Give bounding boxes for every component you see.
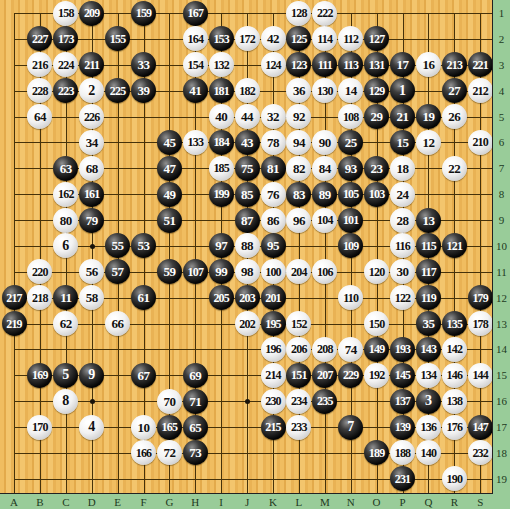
stone-white-146[interactable]: 146: [442, 363, 467, 388]
row-coordinate-strip: 12345678910111213141516171819: [493, 0, 510, 509]
stone-black-125[interactable]: 125: [286, 26, 311, 51]
stone-white-202[interactable]: 202: [235, 311, 260, 336]
stone-white-120[interactable]: 120: [364, 259, 389, 284]
stone-white-108[interactable]: 108: [338, 104, 363, 129]
stone-white-90[interactable]: 90: [312, 130, 337, 155]
stone-black-189[interactable]: 189: [364, 440, 389, 465]
column-label-E: E: [114, 497, 121, 508]
stone-black-211[interactable]: 211: [79, 52, 104, 77]
column-label-P: P: [399, 497, 405, 508]
column-label-H: H: [191, 497, 199, 508]
stone-black-161[interactable]: 161: [79, 182, 104, 207]
stone-white-234[interactable]: 234: [286, 389, 311, 414]
stone-white-230[interactable]: 230: [261, 389, 286, 414]
star-point: [90, 399, 95, 404]
stone-black-97[interactable]: 97: [209, 233, 234, 258]
stone-white-228[interactable]: 228: [27, 78, 52, 103]
stone-white-130[interactable]: 130: [312, 78, 337, 103]
stone-black-205[interactable]: 205: [209, 285, 234, 310]
stone-white-78[interactable]: 78: [261, 130, 286, 155]
stone-black-165[interactable]: 165: [157, 415, 182, 440]
column-label-I: I: [219, 497, 223, 508]
row-label-13: 13: [496, 318, 507, 329]
stone-white-14[interactable]: 14: [338, 78, 363, 103]
row-label-5: 5: [499, 111, 505, 122]
stone-black-65[interactable]: 65: [183, 415, 208, 440]
stone-white-22[interactable]: 22: [442, 156, 467, 181]
stone-black-159[interactable]: 159: [131, 1, 156, 26]
stone-white-96[interactable]: 96: [286, 208, 311, 233]
stone-black-49[interactable]: 49: [157, 182, 182, 207]
stone-black-115[interactable]: 115: [416, 233, 441, 258]
column-label-R: R: [451, 497, 458, 508]
stone-black-13[interactable]: 13: [416, 208, 441, 233]
stone-black-143[interactable]: 143: [416, 337, 441, 362]
stone-white-34[interactable]: 34: [79, 130, 104, 155]
stone-white-204[interactable]: 204: [286, 259, 311, 284]
stone-white-132[interactable]: 132: [209, 52, 234, 77]
row-label-4: 4: [499, 85, 505, 96]
stone-black-19[interactable]: 19: [416, 104, 441, 129]
stone-black-25[interactable]: 25: [338, 130, 363, 155]
row-label-14: 14: [496, 344, 507, 355]
stone-white-176[interactable]: 176: [442, 415, 467, 440]
stone-white-94[interactable]: 94: [286, 130, 311, 155]
stone-white-26[interactable]: 26: [442, 104, 467, 129]
stone-white-110[interactable]: 110: [338, 285, 363, 310]
stone-white-210[interactable]: 210: [468, 130, 493, 155]
stone-white-144[interactable]: 144: [468, 363, 493, 388]
grid-line-h: [14, 479, 493, 480]
stone-black-83[interactable]: 83: [286, 182, 311, 207]
stone-black-15[interactable]: 15: [390, 130, 415, 155]
column-label-F: F: [140, 497, 146, 508]
stone-white-18[interactable]: 18: [390, 156, 415, 181]
stone-white-2[interactable]: 2: [79, 78, 104, 103]
stone-black-119[interactable]: 119: [416, 285, 441, 310]
stone-black-71[interactable]: 71: [183, 389, 208, 414]
stone-white-30[interactable]: 30: [390, 259, 415, 284]
stone-black-79[interactable]: 79: [79, 208, 104, 233]
stone-black-137[interactable]: 137: [390, 389, 415, 414]
stone-black-11[interactable]: 11: [53, 285, 78, 310]
stone-white-150[interactable]: 150: [364, 311, 389, 336]
stone-white-10[interactable]: 10: [131, 415, 156, 440]
stone-white-62[interactable]: 62: [53, 311, 78, 336]
stone-black-169[interactable]: 169: [27, 363, 52, 388]
stone-black-173[interactable]: 173: [53, 26, 78, 51]
stone-white-170[interactable]: 170: [27, 415, 52, 440]
stone-black-73[interactable]: 73: [183, 440, 208, 465]
stone-black-227[interactable]: 227: [27, 26, 52, 51]
stone-black-199[interactable]: 199: [209, 182, 234, 207]
stone-black-155[interactable]: 155: [105, 26, 130, 51]
stone-white-104[interactable]: 104: [312, 208, 337, 233]
row-label-7: 7: [499, 163, 505, 174]
row-label-17: 17: [496, 422, 507, 433]
stone-white-116[interactable]: 116: [390, 233, 415, 258]
stone-white-222[interactable]: 222: [312, 1, 337, 26]
stone-white-56[interactable]: 56: [79, 259, 104, 284]
stone-white-140[interactable]: 140: [416, 440, 441, 465]
stone-white-82[interactable]: 82: [286, 156, 311, 181]
stone-white-12[interactable]: 12: [416, 130, 441, 155]
stone-white-4[interactable]: 4: [79, 415, 104, 440]
stone-white-42[interactable]: 42: [261, 26, 286, 51]
stone-white-133[interactable]: 133: [183, 130, 208, 155]
stone-black-184[interactable]: 184: [209, 130, 234, 155]
row-label-8: 8: [499, 189, 505, 200]
stone-white-185[interactable]: 185: [209, 156, 234, 181]
stone-black-167[interactable]: 167: [183, 1, 208, 26]
stone-black-151[interactable]: 151: [286, 363, 311, 388]
column-label-D: D: [88, 497, 96, 508]
stone-black-85[interactable]: 85: [235, 182, 260, 207]
column-label-B: B: [36, 497, 43, 508]
stone-white-218[interactable]: 218: [27, 285, 52, 310]
stone-black-147[interactable]: 147: [468, 415, 493, 440]
column-label-L: L: [296, 497, 303, 508]
stone-black-153[interactable]: 153: [209, 26, 234, 51]
stone-black-43[interactable]: 43: [235, 130, 260, 155]
stone-white-112[interactable]: 112: [338, 26, 363, 51]
row-label-10: 10: [496, 240, 507, 251]
stone-black-81[interactable]: 81: [261, 156, 286, 181]
star-point: [90, 244, 95, 249]
stone-black-229[interactable]: 229: [338, 363, 363, 388]
column-label-M: M: [320, 497, 330, 508]
stone-black-7[interactable]: 7: [338, 415, 363, 440]
stone-black-1[interactable]: 1: [390, 78, 415, 103]
stone-white-158[interactable]: 158: [53, 1, 78, 26]
stone-white-212[interactable]: 212: [468, 78, 493, 103]
stone-white-24[interactable]: 24: [390, 182, 415, 207]
stone-white-172[interactable]: 172: [235, 26, 260, 51]
row-label-3: 3: [499, 59, 505, 70]
row-label-15: 15: [496, 370, 507, 381]
stone-white-154[interactable]: 154: [183, 52, 208, 77]
stone-white-68[interactable]: 68: [79, 156, 104, 181]
stone-black-53[interactable]: 53: [131, 233, 156, 258]
stone-white-232[interactable]: 232: [468, 440, 493, 465]
stone-black-225[interactable]: 225: [105, 78, 130, 103]
stone-black-55[interactable]: 55: [105, 233, 130, 258]
stone-white-92[interactable]: 92: [286, 104, 311, 129]
stone-black-51[interactable]: 51: [157, 208, 182, 233]
stone-black-35[interactable]: 35: [416, 311, 441, 336]
column-label-K: K: [269, 497, 277, 508]
stone-white-190[interactable]: 190: [442, 466, 467, 491]
stone-black-29[interactable]: 29: [364, 104, 389, 129]
stone-white-74[interactable]: 74: [338, 337, 363, 362]
stone-black-127[interactable]: 127: [364, 26, 389, 51]
star-point: [245, 399, 250, 404]
stone-white-40[interactable]: 40: [209, 104, 234, 129]
stone-black-33[interactable]: 33: [131, 52, 156, 77]
stone-white-192[interactable]: 192: [364, 363, 389, 388]
go-viewer-window: 1582091591671282222271731551641531724212…: [0, 0, 510, 509]
stone-white-138[interactable]: 138: [442, 389, 467, 414]
stone-white-124[interactable]: 124: [261, 52, 286, 77]
stone-black-109[interactable]: 109: [338, 233, 363, 258]
stone-black-235[interactable]: 235: [312, 389, 337, 414]
stone-black-75[interactable]: 75: [235, 156, 260, 181]
row-label-1: 1: [499, 8, 505, 19]
stone-white-196[interactable]: 196: [261, 337, 286, 362]
stone-black-139[interactable]: 139: [390, 415, 415, 440]
column-coordinate-strip: ABCDEFGHIJKLMNOPQRS: [0, 494, 510, 509]
stone-black-9[interactable]: 9: [79, 363, 104, 388]
stone-black-215[interactable]: 215: [261, 415, 286, 440]
stone-black-57[interactable]: 57: [105, 259, 130, 284]
stone-black-111[interactable]: 111: [312, 52, 337, 77]
stone-black-27[interactable]: 27: [442, 78, 467, 103]
stone-white-88[interactable]: 88: [235, 233, 260, 258]
stone-black-181[interactable]: 181: [209, 78, 234, 103]
stone-white-226[interactable]: 226: [79, 104, 104, 129]
stone-black-39[interactable]: 39: [131, 78, 156, 103]
stone-black-87[interactable]: 87: [235, 208, 260, 233]
stone-black-89[interactable]: 89: [312, 182, 337, 207]
stone-white-36[interactable]: 36: [286, 78, 311, 103]
stone-white-76[interactable]: 76: [261, 182, 286, 207]
stone-white-233[interactable]: 233: [286, 415, 311, 440]
row-label-2: 2: [499, 33, 505, 44]
stone-black-101[interactable]: 101: [338, 208, 363, 233]
go-board[interactable]: 1582091591671282222271731551641531724212…: [0, 0, 493, 494]
stone-black-95[interactable]: 95: [261, 233, 286, 258]
stone-black-123[interactable]: 123: [286, 52, 311, 77]
stone-white-122[interactable]: 122: [390, 285, 415, 310]
stone-white-32[interactable]: 32: [261, 104, 286, 129]
stone-white-188[interactable]: 188: [390, 440, 415, 465]
stone-black-41[interactable]: 41: [183, 78, 208, 103]
stone-white-72[interactable]: 72: [157, 440, 182, 465]
stone-black-131[interactable]: 131: [364, 52, 389, 77]
stone-white-16[interactable]: 16: [416, 52, 441, 77]
column-label-N: N: [347, 497, 355, 508]
stone-black-93[interactable]: 93: [338, 156, 363, 181]
stone-black-5[interactable]: 5: [53, 363, 78, 388]
stone-black-145[interactable]: 145: [390, 363, 415, 388]
stone-black-135[interactable]: 135: [442, 311, 467, 336]
stone-black-179[interactable]: 179: [468, 285, 493, 310]
stone-black-17[interactable]: 17: [390, 52, 415, 77]
column-label-Q: Q: [424, 497, 432, 508]
stone-white-128[interactable]: 128: [286, 1, 311, 26]
grid-line-v: [14, 13, 15, 493]
column-label-G: G: [165, 497, 173, 508]
stone-white-28[interactable]: 28: [390, 208, 415, 233]
row-label-12: 12: [496, 292, 507, 303]
stone-black-121[interactable]: 121: [442, 233, 467, 258]
stone-black-103[interactable]: 103: [364, 182, 389, 207]
stone-black-107[interactable]: 107: [183, 259, 208, 284]
stone-black-69[interactable]: 69: [183, 363, 208, 388]
stone-black-207[interactable]: 207: [312, 363, 337, 388]
stone-white-58[interactable]: 58: [79, 285, 104, 310]
stone-black-23[interactable]: 23: [364, 156, 389, 181]
stone-black-47[interactable]: 47: [157, 156, 182, 181]
stone-white-166[interactable]: 166: [131, 440, 156, 465]
stone-white-214[interactable]: 214: [261, 363, 286, 388]
stone-black-203[interactable]: 203: [235, 285, 260, 310]
stone-black-59[interactable]: 59: [157, 259, 182, 284]
stone-black-61[interactable]: 61: [131, 285, 156, 310]
stone-black-219[interactable]: 219: [2, 311, 27, 336]
column-label-A: A: [10, 497, 18, 508]
stone-black-201[interactable]: 201: [261, 285, 286, 310]
stone-black-117[interactable]: 117: [416, 259, 441, 284]
stone-black-67[interactable]: 67: [131, 363, 156, 388]
stone-white-86[interactable]: 86: [261, 208, 286, 233]
stone-black-63[interactable]: 63: [53, 156, 78, 181]
stone-black-223[interactable]: 223: [53, 78, 78, 103]
column-label-J: J: [245, 497, 249, 508]
row-label-16: 16: [496, 396, 507, 407]
stone-white-162[interactable]: 162: [53, 182, 78, 207]
row-label-18: 18: [496, 447, 507, 458]
row-label-6: 6: [499, 137, 505, 148]
row-label-19: 19: [496, 473, 507, 484]
stone-black-113[interactable]: 113: [338, 52, 363, 77]
stone-white-136[interactable]: 136: [416, 415, 441, 440]
stone-black-213[interactable]: 213: [442, 52, 467, 77]
stone-white-66[interactable]: 66: [105, 311, 130, 336]
stone-black-209[interactable]: 209: [79, 1, 104, 26]
stone-white-208[interactable]: 208: [312, 337, 337, 362]
stone-white-6[interactable]: 6: [53, 233, 78, 258]
stone-black-99[interactable]: 99: [209, 259, 234, 284]
row-label-9: 9: [499, 215, 505, 226]
stone-white-44[interactable]: 44: [235, 104, 260, 129]
stone-white-80[interactable]: 80: [53, 208, 78, 233]
stone-white-100[interactable]: 100: [261, 259, 286, 284]
stone-white-152[interactable]: 152: [286, 311, 311, 336]
stone-black-149[interactable]: 149: [364, 337, 389, 362]
stone-white-98[interactable]: 98: [235, 259, 260, 284]
stone-white-216[interactable]: 216: [27, 52, 52, 77]
stone-black-193[interactable]: 193: [390, 337, 415, 362]
stone-black-221[interactable]: 221: [468, 52, 493, 77]
stone-black-231[interactable]: 231: [390, 466, 415, 491]
row-label-11: 11: [496, 266, 507, 277]
stone-white-114[interactable]: 114: [312, 26, 337, 51]
stone-white-206[interactable]: 206: [286, 337, 311, 362]
stone-white-106[interactable]: 106: [312, 259, 337, 284]
stone-black-217[interactable]: 217: [2, 285, 27, 310]
stone-black-3[interactable]: 3: [416, 389, 441, 414]
stone-black-129[interactable]: 129: [364, 78, 389, 103]
stone-white-182[interactable]: 182: [235, 78, 260, 103]
stone-black-105[interactable]: 105: [338, 182, 363, 207]
stone-white-178[interactable]: 178: [468, 311, 493, 336]
stone-white-84[interactable]: 84: [312, 156, 337, 181]
stone-white-64[interactable]: 64: [27, 104, 52, 129]
stone-black-21[interactable]: 21: [390, 104, 415, 129]
stone-white-224[interactable]: 224: [53, 52, 78, 77]
stone-white-164[interactable]: 164: [183, 26, 208, 51]
column-label-O: O: [373, 497, 381, 508]
stone-white-70[interactable]: 70: [157, 389, 182, 414]
stone-white-8[interactable]: 8: [53, 389, 78, 414]
column-label-C: C: [62, 497, 69, 508]
stone-white-142[interactable]: 142: [442, 337, 467, 362]
stone-white-134[interactable]: 134: [416, 363, 441, 388]
stone-black-45[interactable]: 45: [157, 130, 182, 155]
column-label-S: S: [477, 497, 483, 508]
stone-black-195[interactable]: 195: [261, 311, 286, 336]
stone-white-220[interactable]: 220: [27, 259, 52, 284]
